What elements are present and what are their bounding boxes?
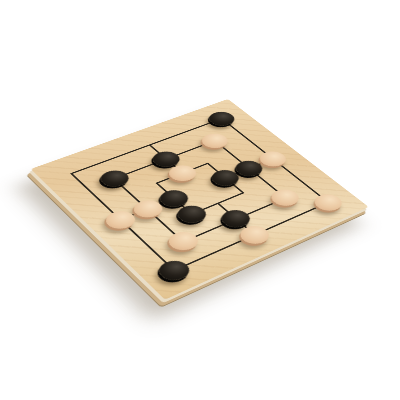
- morris-board: [31, 99, 369, 300]
- photo-background: [0, 0, 400, 400]
